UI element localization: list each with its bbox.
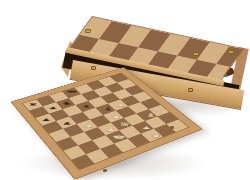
black-pawn-glyph: ♟: [41, 111, 51, 122]
black-pawn-glyph: ♟: [48, 99, 58, 110]
board-clasp: [103, 169, 107, 172]
brass-hinge: [85, 29, 91, 33]
board-clasp: [170, 126, 174, 129]
black-pawn-glyph: ♟: [82, 97, 92, 108]
white-pawn-glyph: ♟: [84, 117, 94, 128]
black-rook-glyph: ♜: [27, 95, 38, 107]
black-pawn-glyph: ♟: [62, 114, 72, 125]
brass-hinge: [228, 50, 234, 54]
black-king-glyph: ♚: [66, 79, 80, 94]
white-pawn-glyph: ♟: [106, 120, 116, 132]
brass-clasp: [91, 66, 96, 70]
white-rook-glyph: ♜: [151, 126, 162, 139]
brass-hinge: [193, 52, 199, 56]
white-pawn-glyph: ♟: [142, 119, 152, 130]
black-bishop-glyph: ♝: [102, 97, 114, 111]
white-pawn-glyph: ♟: [116, 96, 126, 107]
product-photo: ♜♚♟♞♟♟♟♝♟♟♟♟♛♝♚♟♜: [0, 0, 250, 180]
black-knight-glyph: ♞: [61, 93, 72, 106]
white-bishop-glyph: ♝: [145, 103, 158, 117]
brass-clasp: [188, 88, 193, 92]
